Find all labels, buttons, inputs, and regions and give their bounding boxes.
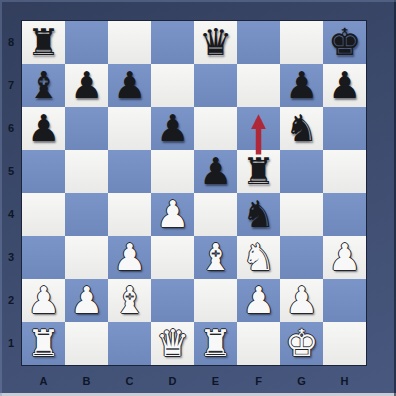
square-c7[interactable]: ♟	[108, 64, 151, 107]
chess-board-frame: ♜♛♚♝♟♟♟♟♟♟♞♟♜♟♞♟♝♞♟♟♟♝♟♟♜♛♜♚ 87654321ABC…	[0, 0, 396, 396]
black-knight-g6[interactable]: ♞	[280, 107, 323, 150]
square-f3[interactable]: ♞	[237, 236, 280, 279]
square-c4[interactable]	[108, 193, 151, 236]
square-f8[interactable]	[237, 21, 280, 64]
square-b4[interactable]	[65, 193, 108, 236]
black-queen-e8[interactable]: ♛	[194, 21, 237, 64]
square-e1[interactable]: ♜	[194, 322, 237, 365]
square-e3[interactable]: ♝	[194, 236, 237, 279]
square-e2[interactable]	[194, 279, 237, 322]
rank-label-8: 8	[0, 21, 22, 64]
square-d4[interactable]: ♟	[151, 193, 194, 236]
white-rook-a1[interactable]: ♜	[22, 322, 65, 365]
white-pawn-f2[interactable]: ♟	[237, 279, 280, 322]
file-label-b: B	[65, 368, 108, 394]
square-g1[interactable]: ♚	[280, 322, 323, 365]
square-g8[interactable]	[280, 21, 323, 64]
square-e6[interactable]	[194, 107, 237, 150]
square-c6[interactable]	[108, 107, 151, 150]
square-a6[interactable]: ♟	[22, 107, 65, 150]
square-e8[interactable]: ♛	[194, 21, 237, 64]
square-h5[interactable]	[323, 150, 366, 193]
square-d8[interactable]	[151, 21, 194, 64]
white-pawn-d4[interactable]: ♟	[151, 193, 194, 236]
square-e7[interactable]	[194, 64, 237, 107]
white-rook-e1[interactable]: ♜	[194, 322, 237, 365]
rank-label-5: 5	[0, 150, 22, 193]
rank-label-1: 1	[0, 322, 22, 365]
file-label-g: G	[280, 368, 323, 394]
square-d3[interactable]	[151, 236, 194, 279]
square-d7[interactable]	[151, 64, 194, 107]
black-knight-f4[interactable]: ♞	[237, 193, 280, 236]
square-b2[interactable]: ♟	[65, 279, 108, 322]
black-rook-f5[interactable]: ♜	[237, 150, 280, 193]
rank-label-3: 3	[0, 236, 22, 279]
square-h2[interactable]	[323, 279, 366, 322]
rank-label-4: 4	[0, 193, 22, 236]
white-pawn-h3[interactable]: ♟	[323, 236, 366, 279]
black-pawn-g7[interactable]: ♟	[280, 64, 323, 107]
square-h8[interactable]: ♚	[323, 21, 366, 64]
square-d2[interactable]	[151, 279, 194, 322]
square-g2[interactable]: ♟	[280, 279, 323, 322]
square-e5[interactable]: ♟	[194, 150, 237, 193]
square-h1[interactable]	[323, 322, 366, 365]
square-a4[interactable]	[22, 193, 65, 236]
white-knight-f3[interactable]: ♞	[237, 236, 280, 279]
square-a1[interactable]: ♜	[22, 322, 65, 365]
square-f2[interactable]: ♟	[237, 279, 280, 322]
white-pawn-c3[interactable]: ♟	[108, 236, 151, 279]
square-g6[interactable]: ♞	[280, 107, 323, 150]
square-h4[interactable]	[323, 193, 366, 236]
chess-board[interactable]: ♜♛♚♝♟♟♟♟♟♟♞♟♜♟♞♟♝♞♟♟♟♝♟♟♜♛♜♚	[22, 21, 366, 365]
black-pawn-a6[interactable]: ♟	[22, 107, 65, 150]
square-h3[interactable]: ♟	[323, 236, 366, 279]
square-f1[interactable]	[237, 322, 280, 365]
black-pawn-b7[interactable]: ♟	[65, 64, 108, 107]
square-c5[interactable]	[108, 150, 151, 193]
square-f7[interactable]	[237, 64, 280, 107]
square-b7[interactable]: ♟	[65, 64, 108, 107]
square-c1[interactable]	[108, 322, 151, 365]
white-pawn-g2[interactable]: ♟	[280, 279, 323, 322]
file-label-c: C	[108, 368, 151, 394]
black-pawn-c7[interactable]: ♟	[108, 64, 151, 107]
white-bishop-c2[interactable]: ♝	[108, 279, 151, 322]
file-label-f: F	[237, 368, 280, 394]
white-pawn-a2[interactable]: ♟	[22, 279, 65, 322]
square-d5[interactable]	[151, 150, 194, 193]
square-a2[interactable]: ♟	[22, 279, 65, 322]
square-g4[interactable]	[280, 193, 323, 236]
black-pawn-d6[interactable]: ♟	[151, 107, 194, 150]
file-label-d: D	[151, 368, 194, 394]
rank-label-6: 6	[0, 107, 22, 150]
white-king-g1[interactable]: ♚	[280, 322, 323, 365]
square-h6[interactable]	[323, 107, 366, 150]
square-f6[interactable]	[237, 107, 280, 150]
rank-label-2: 2	[0, 279, 22, 322]
file-label-e: E	[194, 368, 237, 394]
black-rook-a8[interactable]: ♜	[22, 21, 65, 64]
square-c3[interactable]: ♟	[108, 236, 151, 279]
square-b6[interactable]	[65, 107, 108, 150]
square-a7[interactable]: ♝	[22, 64, 65, 107]
square-g7[interactable]: ♟	[280, 64, 323, 107]
square-b3[interactable]	[65, 236, 108, 279]
black-king-h8[interactable]: ♚	[323, 21, 366, 64]
square-c8[interactable]	[108, 21, 151, 64]
square-d1[interactable]: ♛	[151, 322, 194, 365]
white-queen-d1[interactable]: ♛	[151, 322, 194, 365]
file-label-a: A	[22, 368, 65, 394]
black-pawn-e5[interactable]: ♟	[194, 150, 237, 193]
square-a5[interactable]	[22, 150, 65, 193]
square-b5[interactable]	[65, 150, 108, 193]
black-bishop-a7[interactable]: ♝	[22, 64, 65, 107]
square-d6[interactable]: ♟	[151, 107, 194, 150]
square-b1[interactable]	[65, 322, 108, 365]
white-bishop-e3[interactable]: ♝	[194, 236, 237, 279]
rank-label-7: 7	[0, 64, 22, 107]
square-g5[interactable]	[280, 150, 323, 193]
square-c2[interactable]: ♝	[108, 279, 151, 322]
square-g3[interactable]	[280, 236, 323, 279]
square-f5[interactable]: ♜	[237, 150, 280, 193]
black-pawn-h7[interactable]: ♟	[323, 64, 366, 107]
square-f4[interactable]: ♞	[237, 193, 280, 236]
white-pawn-b2[interactable]: ♟	[65, 279, 108, 322]
square-a3[interactable]	[22, 236, 65, 279]
file-label-h: H	[323, 368, 366, 394]
square-b8[interactable]	[65, 21, 108, 64]
square-e4[interactable]	[194, 193, 237, 236]
square-h7[interactable]: ♟	[323, 64, 366, 107]
square-a8[interactable]: ♜	[22, 21, 65, 64]
